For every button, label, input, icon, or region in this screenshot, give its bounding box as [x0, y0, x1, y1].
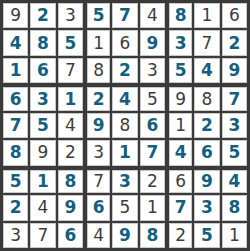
sudoku-cell[interactable]: 2 — [140, 170, 165, 193]
sudoku-cell[interactable]: 3 — [30, 87, 55, 110]
sudoku-cell[interactable]: 6 — [140, 113, 165, 138]
sudoku-cell[interactable]: 3 — [169, 30, 192, 55]
sudoku-cell[interactable]: 6 — [194, 140, 219, 165]
sudoku-cell[interactable]: 7 — [58, 58, 83, 83]
sudoku-cell[interactable]: 2 — [3, 195, 28, 220]
sudoku-cell[interactable]: 8 — [140, 223, 165, 248]
sudoku-cell[interactable]: 6 — [169, 170, 192, 193]
sudoku-cell[interactable]: 8 — [112, 113, 137, 138]
sudoku-cell[interactable]: 5 — [58, 30, 83, 55]
sudoku-cell[interactable]: 4 — [3, 30, 28, 55]
sudoku-cell[interactable]: 9 — [112, 223, 137, 248]
sudoku-cell[interactable]: 1 — [87, 30, 110, 55]
sudoku-cell[interactable]: 5 — [30, 113, 55, 138]
sudoku-cell[interactable]: 5 — [87, 3, 110, 28]
sudoku-cell[interactable]: 1 — [194, 3, 219, 28]
sudoku-cell[interactable]: 9 — [3, 3, 28, 28]
sudoku-cell[interactable]: 1 — [140, 195, 165, 220]
sudoku-cell[interactable]: 8 — [169, 3, 192, 28]
sudoku-cell[interactable]: 8 — [58, 170, 83, 193]
sudoku-cell[interactable]: 9 — [140, 30, 165, 55]
sudoku-cell[interactable]: 1 — [30, 170, 55, 193]
sudoku-cell[interactable]: 7 — [169, 195, 192, 220]
sudoku-cell[interactable]: 7 — [194, 30, 219, 55]
sudoku-cell[interactable]: 8 — [30, 30, 55, 55]
sudoku-cell[interactable]: 7 — [222, 87, 247, 110]
sudoku-cell[interactable]: 5 — [112, 195, 137, 220]
sudoku-cell[interactable]: 4 — [112, 87, 137, 110]
sudoku-cell[interactable]: 3 — [194, 195, 219, 220]
sudoku-cell[interactable]: 4 — [169, 140, 192, 165]
sudoku-cell[interactable]: 2 — [169, 223, 192, 248]
sudoku-cell[interactable]: 6 — [87, 195, 110, 220]
sudoku-cell[interactable]: 4 — [194, 58, 219, 83]
sudoku-cell[interactable]: 4 — [140, 3, 165, 28]
sudoku-cell[interactable]: 6 — [222, 3, 247, 28]
sudoku-cell[interactable]: 8 — [222, 195, 247, 220]
sudoku-cell[interactable]: 2 — [30, 3, 55, 28]
sudoku-cell[interactable]: 4 — [87, 223, 110, 248]
sudoku-cell[interactable]: 6 — [3, 87, 28, 110]
sudoku-cell[interactable]: 8 — [87, 58, 110, 83]
sudoku-cell[interactable]: 7 — [87, 170, 110, 193]
sudoku-cell[interactable]: 6 — [112, 30, 137, 55]
sudoku-cell[interactable]: 5 — [222, 140, 247, 165]
sudoku-cell[interactable]: 9 — [87, 113, 110, 138]
sudoku-cell[interactable]: 1 — [58, 87, 83, 110]
sudoku-cell[interactable]: 3 — [112, 170, 137, 193]
sudoku-cell[interactable]: 3 — [87, 140, 110, 165]
sudoku-cell[interactable]: 1 — [169, 113, 192, 138]
sudoku-cell[interactable]: 7 — [112, 3, 137, 28]
sudoku-cell[interactable]: 5 — [194, 223, 219, 248]
sudoku-cell[interactable]: 2 — [222, 30, 247, 55]
sudoku-board: 9235748164851693721678235496312459877549… — [0, 0, 250, 251]
sudoku-cell[interactable]: 7 — [30, 223, 55, 248]
sudoku-cell[interactable]: 2 — [58, 140, 83, 165]
sudoku-cell[interactable]: 7 — [3, 113, 28, 138]
sudoku-cell[interactable]: 8 — [194, 87, 219, 110]
sudoku-cell[interactable]: 5 — [140, 87, 165, 110]
sudoku-cell[interactable]: 4 — [58, 113, 83, 138]
sudoku-cell[interactable]: 4 — [222, 170, 247, 193]
sudoku-cell[interactable]: 2 — [194, 113, 219, 138]
sudoku-cell[interactable]: 6 — [58, 223, 83, 248]
sudoku-cell[interactable]: 1 — [3, 58, 28, 83]
sudoku-cell[interactable]: 9 — [169, 87, 192, 110]
sudoku-cell[interactable]: 9 — [58, 195, 83, 220]
sudoku-cell[interactable]: 5 — [3, 170, 28, 193]
sudoku-cell[interactable]: 3 — [140, 58, 165, 83]
sudoku-cell[interactable]: 3 — [3, 223, 28, 248]
sudoku-cell[interactable]: 3 — [58, 3, 83, 28]
sudoku-cell[interactable]: 9 — [194, 170, 219, 193]
sudoku-cell[interactable]: 8 — [3, 140, 28, 165]
sudoku-cell[interactable]: 4 — [30, 195, 55, 220]
sudoku-cell[interactable]: 1 — [112, 140, 137, 165]
sudoku-cell[interactable]: 9 — [222, 58, 247, 83]
sudoku-cell[interactable]: 9 — [30, 140, 55, 165]
sudoku-cell[interactable]: 2 — [87, 87, 110, 110]
sudoku-cell[interactable]: 7 — [140, 140, 165, 165]
sudoku-cell[interactable]: 6 — [30, 58, 55, 83]
sudoku-cell[interactable]: 2 — [112, 58, 137, 83]
sudoku-cell[interactable]: 1 — [222, 223, 247, 248]
sudoku-cell[interactable]: 5 — [169, 58, 192, 83]
sudoku-cell[interactable]: 3 — [222, 113, 247, 138]
